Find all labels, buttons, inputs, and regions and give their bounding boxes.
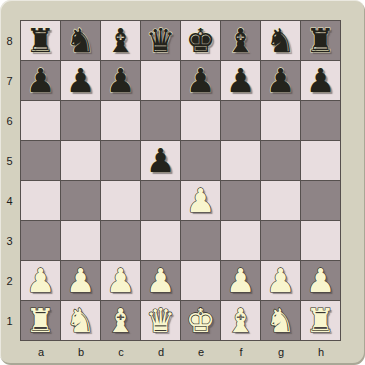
square-c6[interactable]: [101, 101, 140, 140]
file-label-g: g: [261, 343, 301, 361]
square-e2[interactable]: [181, 261, 220, 300]
square-e8[interactable]: ♚: [181, 21, 220, 60]
piece-white-pawn[interactable]: ♟: [226, 261, 256, 300]
piece-white-pawn[interactable]: ♟: [26, 261, 56, 300]
square-h2[interactable]: ♟: [301, 261, 340, 300]
piece-black-bishop[interactable]: ♝: [226, 21, 256, 60]
square-e4[interactable]: ♟: [181, 181, 220, 220]
square-c3[interactable]: [101, 221, 140, 260]
rank-label-6: 6: [0, 101, 19, 141]
file-label-d: d: [141, 343, 181, 361]
rank-label-1: 1: [0, 301, 19, 341]
square-e6[interactable]: [181, 101, 220, 140]
piece-black-pawn[interactable]: ♟: [226, 61, 256, 100]
square-f8[interactable]: ♝: [221, 21, 260, 60]
file-label-e: e: [181, 343, 221, 361]
square-c8[interactable]: ♝: [101, 21, 140, 60]
rank-label-7: 7: [0, 61, 19, 101]
square-c2[interactable]: ♟: [101, 261, 140, 300]
piece-white-pawn[interactable]: ♟: [106, 261, 136, 300]
square-h6[interactable]: [301, 101, 340, 140]
rank-label-8: 8: [0, 21, 19, 61]
square-h8[interactable]: ♜: [301, 21, 340, 60]
piece-black-pawn[interactable]: ♟: [266, 61, 296, 100]
file-labels: abcdefgh: [21, 343, 341, 361]
square-e3[interactable]: [181, 221, 220, 260]
square-b2[interactable]: ♟: [61, 261, 100, 300]
square-a5[interactable]: [21, 141, 60, 180]
square-g2[interactable]: ♟: [261, 261, 300, 300]
square-g4[interactable]: [261, 181, 300, 220]
piece-black-pawn[interactable]: ♟: [186, 61, 216, 100]
square-d4[interactable]: [141, 181, 180, 220]
piece-white-pawn[interactable]: ♟: [66, 261, 96, 300]
rank-label-5: 5: [0, 141, 19, 181]
chess-app-panel: 87654321 ♜♞♝♛♚♝♞♜♟♟♟♟♟♟♟♟♟♟♟♟♟♟♟♟♜♞♝♛♚♝♞…: [0, 0, 365, 365]
square-f1[interactable]: ♝: [221, 301, 260, 340]
piece-black-pawn[interactable]: ♟: [106, 61, 136, 100]
square-f5[interactable]: [221, 141, 260, 180]
square-g1[interactable]: ♞: [261, 301, 300, 340]
chess-board: ♜♞♝♛♚♝♞♜♟♟♟♟♟♟♟♟♟♟♟♟♟♟♟♟♜♞♝♛♚♝♞♜: [20, 20, 341, 341]
piece-white-pawn[interactable]: ♟: [146, 261, 176, 300]
piece-white-knight[interactable]: ♞: [66, 301, 96, 340]
file-label-b: b: [61, 343, 101, 361]
file-label-c: c: [101, 343, 141, 361]
square-b8[interactable]: ♞: [61, 21, 100, 60]
square-f6[interactable]: [221, 101, 260, 140]
rank-label-2: 2: [0, 261, 19, 301]
piece-white-king[interactable]: ♚: [186, 301, 216, 340]
piece-white-pawn[interactable]: ♟: [186, 181, 216, 220]
piece-black-rook[interactable]: ♜: [306, 21, 336, 60]
file-label-f: f: [221, 343, 261, 361]
file-label-h: h: [301, 343, 341, 361]
piece-black-pawn[interactable]: ♟: [146, 141, 176, 180]
square-c7[interactable]: ♟: [101, 61, 140, 100]
square-g3[interactable]: [261, 221, 300, 260]
piece-white-queen[interactable]: ♛: [146, 301, 176, 340]
square-c4[interactable]: [101, 181, 140, 220]
square-b3[interactable]: [61, 221, 100, 260]
rank-labels: 87654321: [0, 21, 19, 341]
square-d6[interactable]: [141, 101, 180, 140]
piece-black-queen[interactable]: ♛: [146, 21, 176, 60]
square-f7[interactable]: ♟: [221, 61, 260, 100]
square-d7[interactable]: [141, 61, 180, 100]
square-h3[interactable]: [301, 221, 340, 260]
square-f2[interactable]: ♟: [221, 261, 260, 300]
square-a2[interactable]: ♟: [21, 261, 60, 300]
square-g8[interactable]: ♞: [261, 21, 300, 60]
square-f3[interactable]: [221, 221, 260, 260]
square-h5[interactable]: [301, 141, 340, 180]
square-a7[interactable]: ♟: [21, 61, 60, 100]
square-b1[interactable]: ♞: [61, 301, 100, 340]
rank-label-4: 4: [0, 181, 19, 221]
square-h4[interactable]: [301, 181, 340, 220]
square-a8[interactable]: ♜: [21, 21, 60, 60]
square-g7[interactable]: ♟: [261, 61, 300, 100]
piece-black-knight[interactable]: ♞: [66, 21, 96, 60]
square-g6[interactable]: [261, 101, 300, 140]
piece-white-rook[interactable]: ♜: [26, 301, 56, 340]
piece-black-pawn[interactable]: ♟: [26, 61, 56, 100]
square-b4[interactable]: [61, 181, 100, 220]
square-a1[interactable]: ♜: [21, 301, 60, 340]
square-e7[interactable]: ♟: [181, 61, 220, 100]
square-d8[interactable]: ♛: [141, 21, 180, 60]
piece-white-rook[interactable]: ♜: [306, 301, 336, 340]
square-g5[interactable]: [261, 141, 300, 180]
square-d2[interactable]: ♟: [141, 261, 180, 300]
piece-white-knight[interactable]: ♞: [266, 301, 296, 340]
square-h7[interactable]: ♟: [301, 61, 340, 100]
piece-black-knight[interactable]: ♞: [266, 21, 296, 60]
square-c5[interactable]: [101, 141, 140, 180]
square-d5[interactable]: ♟: [141, 141, 180, 180]
piece-white-pawn[interactable]: ♟: [306, 261, 336, 300]
rank-label-3: 3: [0, 221, 19, 261]
square-d1[interactable]: ♛: [141, 301, 180, 340]
piece-white-bishop[interactable]: ♝: [226, 301, 256, 340]
square-e5[interactable]: [181, 141, 220, 180]
piece-white-pawn[interactable]: ♟: [266, 261, 296, 300]
piece-black-rook[interactable]: ♜: [26, 21, 56, 60]
piece-black-king[interactable]: ♚: [186, 21, 216, 60]
square-e1[interactable]: ♚: [181, 301, 220, 340]
piece-black-bishop[interactable]: ♝: [106, 21, 136, 60]
square-h1[interactable]: ♜: [301, 301, 340, 340]
square-d3[interactable]: [141, 221, 180, 260]
square-c1[interactable]: ♝: [101, 301, 140, 340]
piece-black-pawn[interactable]: ♟: [66, 61, 96, 100]
square-a3[interactable]: [21, 221, 60, 260]
square-b5[interactable]: [61, 141, 100, 180]
piece-white-bishop[interactable]: ♝: [106, 301, 136, 340]
square-a4[interactable]: [21, 181, 60, 220]
piece-black-pawn[interactable]: ♟: [306, 61, 336, 100]
square-b7[interactable]: ♟: [61, 61, 100, 100]
file-label-a: a: [21, 343, 61, 361]
square-b6[interactable]: [61, 101, 100, 140]
square-a6[interactable]: [21, 101, 60, 140]
square-f4[interactable]: [221, 181, 260, 220]
